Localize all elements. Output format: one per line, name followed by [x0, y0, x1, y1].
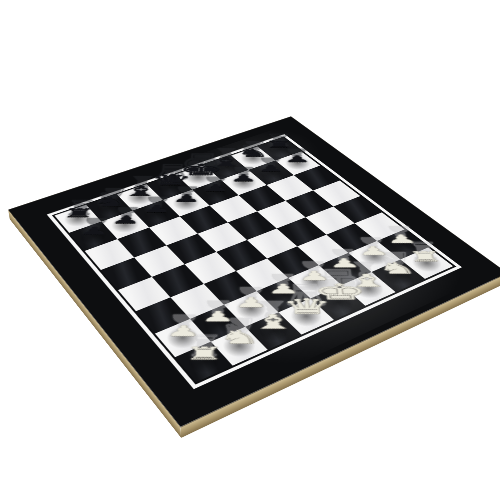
white-pawn-glyph: ♟ [260, 282, 308, 295]
piece-black-rook[interactable]: ♜ [56, 207, 101, 219]
black-pawn-glyph: ♟ [71, 225, 117, 236]
chessboard: ♜♞♝♛♚♝♞♜♟♟♟♟♟♟♟♟♟♟♟♟♟♟♟♟♜♞♝♛♚♝♞♜ ♜♞♝♛♚♝♞… [8, 116, 500, 426]
pieces-layer: ♜♞♝♛♚♝♞♜♟♟♟♟♟♟♟♟♟♟♟♟♟♟♟♟♜♞♝♛♚♝♞♜ [8, 116, 500, 426]
board-stage: ♜♞♝♛♚♝♞♜♟♟♟♟♟♟♟♟♟♟♟♟♟♟♟♟♜♞♝♛♚♝♞♜ ♜♞♝♛♚♝♞… [67, 60, 427, 420]
piece-white-pawn[interactable]: ♟ [260, 282, 308, 295]
board-surface: ♜♞♝♛♚♝♞♜♟♟♟♟♟♟♟♟♟♟♟♟♟♟♟♟♜♞♝♛♚♝♞♜ ♜♞♝♛♚♝♞… [8, 116, 500, 426]
black-rook-glyph: ♜ [56, 207, 101, 219]
product-photo-scene: ♜♞♝♛♚♝♞♜♟♟♟♟♟♟♟♟♟♟♟♟♟♟♟♟♜♞♝♛♚♝♞♜ ♜♞♝♛♚♝♞… [0, 0, 500, 500]
piece-black-pawn[interactable]: ♟ [71, 225, 117, 236]
